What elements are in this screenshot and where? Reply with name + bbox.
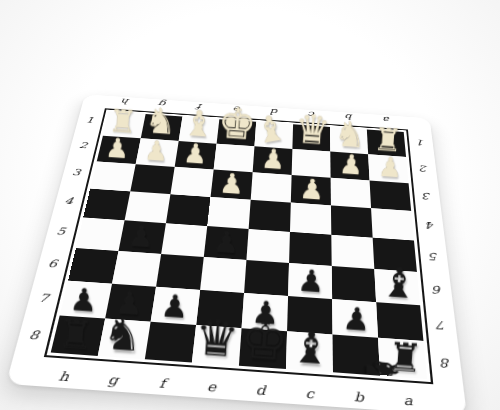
file-label: e [186,371,237,395]
square-b3 [331,178,371,208]
square-d4 [249,200,291,232]
square-a2: ♟ [368,154,408,183]
piece-wP-f2: ♟ [182,140,208,168]
square-b2: ♟ [330,152,369,181]
square-b7: ♟ [332,299,378,338]
square-d3 [251,172,292,202]
square-b5 [331,235,374,269]
piece-bR-h8: ♜ [57,313,95,354]
square-c1: ♛ [292,124,330,151]
rank-label: 7 [426,306,459,345]
square-h2: ♟ [97,136,141,164]
piece-bK-d8: ♚ [239,312,290,368]
square-c6: ♟ [288,263,332,299]
square-f7: ♟ [151,287,200,325]
square-a4 [371,208,414,240]
square-h6 [68,248,118,284]
rank-label: 2 [410,155,437,184]
piece-wP-h2: ♟ [104,135,130,163]
scene-rotation-wrapper: hgfedcba 12345678 ♜♞♝♚♝♛♞♜♟♟♟♟♟♟♟♟♟♟♟♝♟♟… [40,29,458,410]
square-b4 [331,205,373,237]
file-label: h [38,361,92,385]
rank-label: 5 [419,240,449,274]
file-label: d [236,375,286,399]
square-e5: ♟ [204,226,249,260]
scene-perspective-wrapper: hgfedcba 12345678 ♜♞♝♚♝♛♞♜♟♟♟♟♟♟♟♟♟♟♟♝♟♟… [5,94,469,410]
rank-label: 3 [413,182,441,212]
square-f6 [156,254,204,290]
square-e1: ♚ [217,119,257,146]
square-b6 [332,266,376,302]
piece-bP-c6: ♟ [297,266,326,298]
rank-label: 1 [408,129,434,156]
product-photo-backdrop: hgfedcba 12345678 ♜♞♝♚♝♛♞♜♟♟♟♟♟♟♟♟♟♟♟♝♟♟… [0,0,500,410]
square-e6 [200,257,246,293]
piece-bP-g5: ♟ [127,222,155,253]
piece-wP-c3: ♟ [299,175,325,204]
piece-wP-e3: ♟ [218,169,244,198]
rank-label: 4 [416,210,445,242]
board-frame: ♜♞♝♚♝♛♞♜♟♟♟♟♟♟♟♟♟♟♟♝♟♟♟♟♟♜♞♛♚♝♞♜ [44,108,433,384]
square-d5 [246,229,290,263]
square-a3 [370,180,412,211]
square-c4 [290,203,331,235]
square-d2: ♟ [253,146,293,175]
square-c8: ♝ [286,331,333,372]
square-f2: ♟ [175,141,217,170]
piece-wP-d2: ♟ [260,145,286,173]
file-label: f [137,368,189,392]
square-e3: ♟ [211,170,253,200]
file-label: c [285,378,334,402]
chess-board: ♜♞♝♚♝♛♞♜♟♟♟♟♟♟♟♟♟♟♟♝♟♟♟♟♟♜♞♛♚♝♞♜ [51,111,427,379]
square-g6 [112,251,161,287]
piece-bP-b7: ♟ [341,303,371,336]
piece-wP-a2: ♟ [377,154,403,182]
square-f3 [170,167,213,197]
rank-label: 8 [429,343,463,384]
square-g3 [130,164,174,194]
piece-bN-g8: ♞ [102,312,144,358]
square-d8: ♚ [239,328,287,369]
square-g5: ♟ [119,220,166,254]
square-h5 [76,217,125,251]
piece-bQ-e8: ♛ [193,313,241,365]
square-h8: ♜ [51,315,105,355]
square-f8 [145,322,196,363]
square-f5 [161,223,207,257]
file-label: g [87,365,140,389]
piece-bR-a8: ♜ [386,336,424,377]
square-d6 [244,260,289,296]
square-g8: ♞ [98,319,151,360]
square-b8: ♞ [333,335,381,376]
piece-bP-f7: ♟ [160,291,190,324]
square-h4 [83,189,130,221]
rank-label: 6 [422,272,453,308]
square-g2: ♟ [136,138,179,166]
square-h3 [90,161,136,191]
file-label: b [334,382,384,406]
piece-bB-c8: ♝ [290,325,332,371]
square-c3: ♟ [291,175,331,205]
file-label: a [383,385,434,409]
piece-bB-a6: ♝ [380,261,419,304]
piece-bP-e5: ♟ [212,228,240,259]
chess-mat: hgfedcba 12345678 ♜♞♝♚♝♛♞♜♟♟♟♟♟♟♟♟♟♟♟♝♟♟… [6,94,467,410]
square-c5 [289,232,332,266]
square-a6: ♝ [374,269,420,305]
piece-wP-b2: ♟ [338,151,364,179]
square-e8: ♛ [192,325,242,366]
piece-wP-g2: ♟ [143,137,169,165]
square-f4 [166,194,211,226]
file-label: a [368,114,406,126]
